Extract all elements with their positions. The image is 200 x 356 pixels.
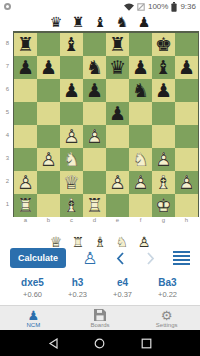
square-e6[interactable] [106, 79, 129, 102]
square-g6[interactable]: ♟ [152, 79, 175, 102]
white-piece-tray: ♛♕♜♖♝♗♞♘♟♙ [0, 224, 200, 243]
square-e5[interactable]: ♟ [106, 102, 129, 125]
square-g2[interactable]: ♝♗ [152, 171, 175, 194]
square-f8[interactable] [129, 33, 152, 56]
square-h6[interactable] [175, 79, 198, 102]
square-d7[interactable]: ♞ [83, 56, 106, 79]
square-e3[interactable] [106, 148, 129, 171]
square-d1[interactable]: ♜♖ [83, 194, 106, 217]
square-e2[interactable]: ♟♙ [106, 171, 129, 194]
file-label-c: c [60, 216, 83, 224]
move-suggestion-3: e4+0.37 [100, 277, 145, 299]
square-b3[interactable]: ♟♙ [37, 148, 60, 171]
square-b5[interactable] [37, 102, 60, 125]
piece-white-pawn[interactable]: ♟♙ [14, 171, 37, 194]
square-b2[interactable] [37, 171, 60, 194]
square-a5[interactable] [14, 102, 37, 125]
rank-label-1: 1 [0, 193, 12, 216]
piece-black-pawn[interactable]: ♟ [152, 79, 175, 102]
tab-settings[interactable]: ⚙ Settings [133, 308, 200, 328]
flip-side-pawn-icon[interactable]: ♙ [82, 248, 97, 268]
rank-label-4: 4 [0, 124, 12, 147]
square-c7[interactable] [60, 56, 83, 79]
piece-white-queen[interactable]: ♛♕ [60, 171, 83, 194]
move-eval: +0.37 [100, 290, 145, 299]
piece-black-queen[interactable]: ♛ [49, 14, 64, 31]
square-e4[interactable] [106, 125, 129, 148]
move-san[interactable]: dxe5 [10, 277, 55, 288]
square-c1[interactable]: ♝♗ [60, 194, 83, 217]
square-f3[interactable]: ♞♘ [129, 148, 152, 171]
piece-black-rook[interactable]: ♜ [106, 33, 129, 56]
square-a8[interactable]: ♜ [14, 33, 37, 56]
redo-move-chevron-right-icon[interactable] [144, 251, 157, 266]
android-recents-icon[interactable] [141, 338, 152, 349]
square-g3[interactable]: ♟♙ [152, 148, 175, 171]
square-c8[interactable]: ♝ [60, 33, 83, 56]
square-f5[interactable] [129, 102, 152, 125]
piece-white-rook[interactable]: ♜♖ [83, 194, 106, 217]
square-f1[interactable] [129, 194, 152, 217]
save-floppy-icon [67, 309, 134, 322]
piece-black-rook[interactable]: ♜ [14, 33, 37, 56]
move-suggestion-2: h3+0.23 [55, 277, 100, 299]
square-e1[interactable] [106, 194, 129, 217]
battery-icon [171, 2, 177, 12]
square-b8[interactable] [37, 33, 60, 56]
square-f6[interactable]: ♞ [129, 79, 152, 102]
square-d5[interactable] [83, 102, 106, 125]
piece-black-pawn[interactable]: ♟ [175, 56, 198, 79]
square-d2[interactable] [83, 171, 106, 194]
move-suggestion-1: dxe5+0.60 [10, 277, 55, 299]
rank-label-2: 2 [0, 170, 12, 193]
square-h4[interactable] [175, 125, 198, 148]
square-c6[interactable]: ♟ [60, 79, 83, 102]
piece-white-pawn[interactable]: ♟♙ [83, 125, 106, 148]
piece-black-pawn[interactable]: ♟ [129, 56, 152, 79]
square-e7[interactable]: ♛ [106, 56, 129, 79]
piece-black-pawn[interactable]: ♟ [37, 56, 60, 79]
square-a2[interactable]: ♟♙ [14, 171, 37, 194]
wifi-icon [124, 3, 134, 11]
file-label-a: a [14, 216, 37, 224]
menu-icon[interactable] [173, 251, 190, 265]
square-h1[interactable] [175, 194, 198, 217]
piece-black-knight[interactable]: ♞ [115, 14, 130, 31]
status-bar: 100% 9:36 [0, 0, 200, 13]
piece-white-pawn[interactable]: ♟♙ [152, 148, 175, 171]
piece-black-king[interactable]: ♚ [152, 33, 175, 56]
square-a7[interactable]: ♟ [14, 56, 37, 79]
move-san[interactable]: h3 [55, 277, 100, 288]
battery-percent: 100% [148, 2, 168, 11]
board-area: 87654321 ♜♝♜♚♟♟♞♛♟♝♟♟♟♞♟♟♟♙♟♙♟♙♞♘♞♘♟♙♟♙♛… [0, 32, 200, 216]
square-d6[interactable]: ♟ [83, 79, 106, 102]
piece-black-pawn[interactable]: ♟ [106, 102, 129, 125]
move-san[interactable]: Ba3 [145, 277, 190, 288]
square-a6[interactable] [14, 79, 37, 102]
file-label-h: h [175, 216, 198, 224]
square-h3[interactable] [175, 148, 198, 171]
file-label-b: b [37, 216, 60, 224]
piece-black-rook[interactable]: ♜ [71, 14, 86, 31]
square-a1[interactable]: ♜♖ [14, 194, 37, 217]
calculate-button[interactable]: Calculate [10, 248, 66, 268]
piece-black-pawn[interactable]: ♟ [137, 14, 152, 31]
square-f2[interactable]: ♟♙ [129, 171, 152, 194]
chess-board[interactable]: ♜♝♜♚♟♟♞♛♟♝♟♟♟♞♟♟♟♙♟♙♟♙♞♘♞♘♟♙♟♙♛♕♟♙♟♙♝♗♟♙… [14, 32, 198, 216]
square-h8[interactable] [175, 33, 198, 56]
tab-ncm[interactable]: ♟ NCM [0, 308, 67, 328]
move-eval: +0.23 [55, 290, 100, 299]
piece-white-pawn[interactable]: ♟♙ [175, 171, 198, 194]
square-c4[interactable]: ♟♙ [60, 125, 83, 148]
piece-black-pawn[interactable]: ♟ [60, 79, 83, 102]
square-g1[interactable]: ♚♔ [152, 194, 175, 217]
file-label-f: f [129, 216, 152, 224]
piece-white-bishop[interactable]: ♝♗ [60, 194, 83, 217]
rank-labels: 87654321 [0, 32, 12, 216]
rank-label-6: 6 [0, 78, 12, 101]
square-f4[interactable] [129, 125, 152, 148]
move-suggestions: dxe5+0.60h3+0.23e4+0.37Ba3+0.22 [0, 273, 200, 299]
square-g8[interactable]: ♚ [152, 33, 175, 56]
piece-black-knight[interactable]: ♞ [129, 79, 152, 102]
piece-black-bishop[interactable]: ♝ [60, 33, 83, 56]
piece-white-knight[interactable]: ♞♘ [129, 148, 152, 171]
square-c5[interactable] [60, 102, 83, 125]
rank-label-3: 3 [0, 147, 12, 170]
square-c3[interactable]: ♞♘ [60, 148, 83, 171]
android-home-icon[interactable] [94, 338, 105, 349]
square-d3[interactable] [83, 148, 106, 171]
piece-white-pawn[interactable]: ♟♙ [129, 171, 152, 194]
move-eval: +0.22 [145, 290, 190, 299]
square-b7[interactable]: ♟ [37, 56, 60, 79]
square-g5[interactable] [152, 102, 175, 125]
piece-black-bishop[interactable]: ♝ [152, 56, 175, 79]
move-suggestion-4: Ba3+0.22 [145, 277, 190, 299]
square-g4[interactable] [152, 125, 175, 148]
piece-black-pawn[interactable]: ♟ [14, 56, 37, 79]
gear-icon: ⚙ [133, 309, 200, 322]
square-h5[interactable] [175, 102, 198, 125]
square-a3[interactable] [14, 148, 37, 171]
square-d4[interactable]: ♟♙ [83, 125, 106, 148]
move-san[interactable]: e4 [100, 277, 145, 288]
rank-label-5: 5 [0, 101, 12, 124]
square-c2[interactable]: ♛♕ [60, 171, 83, 194]
android-nav-bar [0, 330, 200, 356]
data-saver-icon [4, 3, 11, 10]
piece-black-pawn[interactable]: ♟ [83, 79, 106, 102]
piece-white-pawn[interactable]: ♟♙ [60, 125, 83, 148]
file-label-d: d [83, 216, 106, 224]
square-g7[interactable]: ♝ [152, 56, 175, 79]
piece-black-queen[interactable]: ♛ [106, 56, 129, 79]
piece-white-pawn[interactable]: ♟♙ [106, 171, 129, 194]
tab-boards[interactable]: Boards [67, 308, 134, 328]
piece-white-rook[interactable]: ♜♖ [14, 194, 37, 217]
piece-white-pawn[interactable]: ♟♙ [37, 148, 60, 171]
square-b1[interactable] [37, 194, 60, 217]
piece-white-bishop[interactable]: ♝♗ [152, 171, 175, 194]
bottom-nav: ♟ NCM Boards ⚙ Settings [0, 305, 200, 330]
file-labels: abcdefgh [14, 216, 200, 224]
square-h2[interactable]: ♟♙ [175, 171, 198, 194]
file-label-g: g [152, 216, 175, 224]
square-b6[interactable] [37, 79, 60, 102]
piece-white-king[interactable]: ♚♔ [152, 194, 175, 217]
square-b4[interactable] [37, 125, 60, 148]
ncm-pawn-icon: ♟ [0, 309, 67, 322]
android-back-icon[interactable] [48, 338, 59, 349]
square-h7[interactable]: ♟ [175, 56, 198, 79]
undo-move-chevron-left-icon[interactable] [114, 251, 127, 266]
square-d8[interactable] [83, 33, 106, 56]
square-e8[interactable]: ♜ [106, 33, 129, 56]
move-eval: +0.60 [10, 290, 55, 299]
clock: 9:36 [180, 2, 196, 11]
cellular-no-signal-icon [137, 3, 145, 11]
piece-black-knight[interactable]: ♞ [83, 56, 106, 79]
square-a4[interactable] [14, 125, 37, 148]
square-f7[interactable]: ♟ [129, 56, 152, 79]
piece-white-knight[interactable]: ♞♘ [60, 148, 83, 171]
rank-label-8: 8 [0, 32, 12, 55]
piece-black-bishop[interactable]: ♝ [93, 14, 108, 31]
black-piece-tray: ♛♜♝♞♟ [0, 13, 200, 32]
rank-label-7: 7 [0, 55, 12, 78]
file-label-e: e [106, 216, 129, 224]
